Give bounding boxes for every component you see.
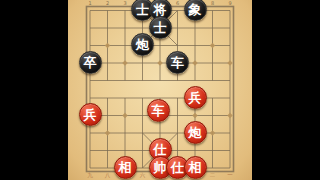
piece-red-elephant-right[interactable]: 相 [184,156,207,179]
letterbox-right [252,0,320,180]
xiangqi-board: 123456789 九八七六五四三二一 士将象士炮卒车兵车兵炮仕相帅仕相 [68,0,252,180]
piece-layer: 士将象士炮卒车兵车兵炮仕相帅仕相 [81,2,239,177]
piece-red-chariot[interactable]: 车 [147,99,170,122]
piece-black-soldier[interactable]: 卒 [79,51,102,74]
xiangqi-app-screenshot: 123456789 九八七六五四三二一 士将象士炮卒车兵车兵炮仕相帅仕相 [0,0,320,180]
piece-red-pawn-right[interactable]: 兵 [184,86,207,109]
piece-black-chariot[interactable]: 车 [166,51,189,74]
letterbox-left [0,0,68,180]
piece-red-pawn-left[interactable]: 兵 [79,103,102,126]
piece-red-elephant-left[interactable]: 相 [114,156,137,179]
piece-black-cannon[interactable]: 炮 [131,33,154,56]
piece-black-advisor-center[interactable]: 士 [149,16,172,39]
piece-red-cannon[interactable]: 炮 [184,121,207,144]
piece-black-elephant[interactable]: 象 [184,0,207,21]
